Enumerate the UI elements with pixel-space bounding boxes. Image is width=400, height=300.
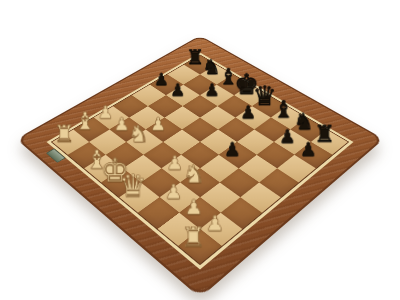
square-d7: ♟ bbox=[235, 106, 270, 129]
black-rook-a8: ♜ bbox=[311, 122, 337, 145]
board-grid: ♜♞♝♚♛♝♞♜♟♟♟♟♟♟♟♟♟♟♞♟♞♝♟♟♟♜♝♚♛♜ bbox=[51, 55, 349, 266]
brass-plaque bbox=[46, 148, 66, 163]
square-e5 bbox=[182, 118, 218, 142]
board-frame: ♜♞♝♚♛♝♞♜♟♟♟♟♟♟♟♟♟♟♞♟♞♝♟♟♟♜♝♚♛♜ bbox=[16, 35, 384, 297]
white-pawn-h3: ♟ bbox=[93, 104, 118, 121]
square-c3: ♞ bbox=[180, 168, 219, 197]
white-bishop-h2: ♝ bbox=[72, 109, 98, 133]
square-c7 bbox=[254, 118, 290, 142]
white-rook-h1: ♜ bbox=[51, 122, 77, 145]
photo-background: ♜♞♝♚♛♝♞♜♟♟♟♟♟♟♟♟♟♟♞♟♞♝♟♟♟♜♝♚♛♜ bbox=[0, 0, 400, 300]
square-f6 bbox=[183, 95, 218, 117]
square-g4 bbox=[129, 106, 164, 129]
black-rook-h8: ♜ bbox=[184, 47, 207, 67]
square-d4 bbox=[181, 142, 219, 168]
white-pawn-f4: ♟ bbox=[145, 115, 171, 133]
